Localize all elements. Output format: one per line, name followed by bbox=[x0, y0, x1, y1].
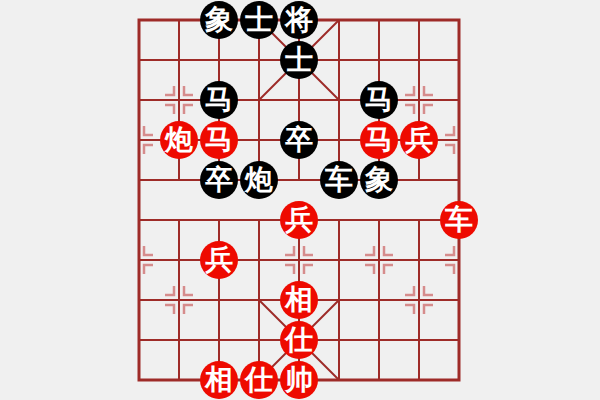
piece-black-advisor[interactable]: 士 bbox=[280, 41, 318, 79]
piece-black-soldier[interactable]: 卒 bbox=[280, 121, 318, 159]
xiangqi-board: 象士将士马马炮马卒马兵卒炮车象兵车兵相仕相仕帅 bbox=[0, 0, 600, 400]
piece-red-advisor[interactable]: 仕 bbox=[240, 361, 278, 399]
piece-black-elephant[interactable]: 象 bbox=[360, 161, 398, 199]
piece-black-horse[interactable]: 马 bbox=[200, 81, 238, 119]
piece-red-chariot[interactable]: 车 bbox=[440, 201, 478, 239]
piece-red-horse[interactable]: 马 bbox=[200, 121, 238, 159]
piece-red-general[interactable]: 帅 bbox=[280, 361, 318, 399]
piece-red-cannon[interactable]: 炮 bbox=[160, 121, 198, 159]
piece-red-soldier[interactable]: 兵 bbox=[280, 201, 318, 239]
piece-red-horse[interactable]: 马 bbox=[360, 121, 398, 159]
piece-black-advisor[interactable]: 士 bbox=[240, 1, 278, 39]
piece-black-cannon[interactable]: 炮 bbox=[240, 161, 278, 199]
piece-red-advisor[interactable]: 仕 bbox=[280, 321, 318, 359]
piece-black-general[interactable]: 将 bbox=[280, 1, 318, 39]
piece-red-soldier[interactable]: 兵 bbox=[200, 241, 238, 279]
piece-black-elephant[interactable]: 象 bbox=[200, 1, 238, 39]
piece-red-elephant[interactable]: 相 bbox=[280, 281, 318, 319]
piece-red-soldier[interactable]: 兵 bbox=[400, 121, 438, 159]
board-pieces-layer: 象士将士马马炮马卒马兵卒炮车象兵车兵相仕相仕帅 bbox=[119, 0, 479, 400]
piece-red-elephant[interactable]: 相 bbox=[200, 361, 238, 399]
piece-black-soldier[interactable]: 卒 bbox=[200, 161, 238, 199]
piece-black-chariot[interactable]: 车 bbox=[320, 161, 358, 199]
piece-black-horse[interactable]: 马 bbox=[360, 81, 398, 119]
